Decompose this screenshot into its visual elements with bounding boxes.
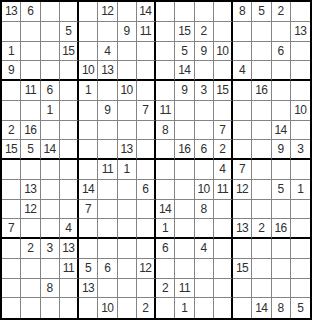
cell-r8c3[interactable]: 14 xyxy=(41,140,60,160)
cell-r12c14[interactable]: 2 xyxy=(252,219,271,239)
cell-r13c15[interactable] xyxy=(272,239,291,259)
cell-r2c12[interactable] xyxy=(214,22,233,42)
cell-r10c13[interactable]: 12 xyxy=(233,180,252,200)
cell-r4c3[interactable] xyxy=(41,61,60,81)
cell-r16c16[interactable]: 5 xyxy=(291,298,310,318)
given-digit: 9 xyxy=(8,64,14,76)
cell-r1c4[interactable] xyxy=(60,2,79,22)
cell-r16c12[interactable] xyxy=(214,298,233,318)
cell-r3c14[interactable] xyxy=(252,42,271,62)
cell-r9c8[interactable] xyxy=(137,160,156,180)
cell-r8c6[interactable] xyxy=(98,140,117,160)
cell-r9c15[interactable] xyxy=(272,160,291,180)
cell-r4c6[interactable]: 13 xyxy=(98,61,117,81)
cell-r15c12[interactable] xyxy=(214,279,233,299)
cell-r15c2[interactable] xyxy=(21,279,40,299)
cell-r13c2[interactable]: 2 xyxy=(21,239,40,259)
cell-r15c7[interactable] xyxy=(118,279,137,299)
given-digit: 13 xyxy=(236,222,248,234)
cell-r2c16[interactable]: 13 xyxy=(291,22,310,42)
cell-r7c5[interactable] xyxy=(79,121,98,141)
cell-r5c11[interactable]: 3 xyxy=(195,81,214,101)
cell-r14c15[interactable] xyxy=(272,259,291,279)
given-digit: 13 xyxy=(120,143,132,155)
cell-r5c2[interactable]: 11 xyxy=(21,81,40,101)
cell-r3c16[interactable] xyxy=(291,42,310,62)
cell-r9c10[interactable] xyxy=(175,160,194,180)
cell-r14c3[interactable] xyxy=(41,259,60,279)
cell-r10c8[interactable]: 6 xyxy=(137,180,156,200)
cell-r2c10[interactable]: 15 xyxy=(175,22,194,42)
cell-r1c9[interactable] xyxy=(156,2,175,22)
cell-r1c11[interactable] xyxy=(195,2,214,22)
cell-r2c13[interactable] xyxy=(233,22,252,42)
given-digit: 7 xyxy=(85,203,91,215)
cell-r9c1[interactable] xyxy=(2,160,21,180)
cell-r16c5[interactable] xyxy=(79,298,98,318)
cell-r4c15[interactable] xyxy=(272,61,291,81)
cell-r2c3[interactable] xyxy=(41,22,60,42)
cell-r1c6[interactable]: 12 xyxy=(98,2,117,22)
cell-r16c13[interactable] xyxy=(233,298,252,318)
cell-r8c15[interactable]: 9 xyxy=(272,140,291,160)
given-digit: 4 xyxy=(219,163,225,175)
cell-r4c12[interactable] xyxy=(214,61,233,81)
given-digit: 14 xyxy=(139,5,151,17)
cell-r3c7[interactable] xyxy=(118,42,137,62)
cell-r3c12[interactable]: 10 xyxy=(214,42,233,62)
cell-r3c3[interactable] xyxy=(41,42,60,62)
cell-r10c10[interactable] xyxy=(175,180,194,200)
cell-r1c14[interactable]: 5 xyxy=(252,2,271,22)
cell-r13c14[interactable] xyxy=(252,239,271,259)
cell-r15c3[interactable]: 8 xyxy=(41,279,60,299)
cell-r16c10[interactable]: 1 xyxy=(175,298,194,318)
cell-r9c12[interactable]: 4 xyxy=(214,160,233,180)
cell-r7c2[interactable]: 16 xyxy=(21,121,40,141)
cell-r12c11[interactable] xyxy=(195,219,214,239)
cell-r16c3[interactable] xyxy=(41,298,60,318)
cell-r8c16[interactable]: 3 xyxy=(291,140,310,160)
cell-r13c1[interactable] xyxy=(2,239,21,259)
given-digit: 13 xyxy=(294,25,306,37)
cell-r7c3[interactable] xyxy=(41,121,60,141)
cell-r13c9[interactable]: 6 xyxy=(156,239,175,259)
cell-r11c2[interactable]: 12 xyxy=(21,200,40,220)
cell-r6c13[interactable] xyxy=(233,101,252,121)
cell-r10c16[interactable]: 1 xyxy=(291,180,310,200)
cell-r7c6[interactable] xyxy=(98,121,117,141)
cell-r10c9[interactable] xyxy=(156,180,175,200)
given-digit: 3 xyxy=(297,143,303,155)
cell-r15c11[interactable] xyxy=(195,279,214,299)
cell-r3c9[interactable] xyxy=(156,42,175,62)
cell-r4c4[interactable] xyxy=(60,61,79,81)
cell-r12c4[interactable]: 4 xyxy=(60,219,79,239)
cell-r7c15[interactable]: 14 xyxy=(272,121,291,141)
cell-r8c1[interactable]: 15 xyxy=(2,140,21,160)
cell-r2c4[interactable]: 5 xyxy=(60,22,79,42)
cell-r7c1[interactable]: 2 xyxy=(2,121,21,141)
cell-r8c9[interactable] xyxy=(156,140,175,160)
cell-r5c5[interactable]: 1 xyxy=(79,81,98,101)
cell-r5c3[interactable]: 6 xyxy=(41,81,60,101)
cell-r3c8[interactable] xyxy=(137,42,156,62)
cell-r1c16[interactable] xyxy=(291,2,310,22)
cell-r8c13[interactable] xyxy=(233,140,252,160)
given-digit: 16 xyxy=(255,84,267,96)
given-digit: 6 xyxy=(278,45,284,57)
cell-r2c5[interactable] xyxy=(79,22,98,42)
given-digit: 12 xyxy=(101,5,113,17)
cell-r14c8[interactable]: 12 xyxy=(137,259,156,279)
cell-r3c15[interactable]: 6 xyxy=(272,42,291,62)
cell-r6c4[interactable] xyxy=(60,101,79,121)
cell-r16c15[interactable]: 8 xyxy=(272,298,291,318)
cell-r12c3[interactable] xyxy=(41,219,60,239)
cell-r4c13[interactable]: 4 xyxy=(233,61,252,81)
given-digit: 2 xyxy=(278,5,284,17)
cell-r12c16[interactable] xyxy=(291,219,310,239)
cell-r1c8[interactable]: 14 xyxy=(137,2,156,22)
cell-r1c13[interactable]: 8 xyxy=(233,2,252,22)
given-digit: 10 xyxy=(294,104,306,116)
cell-r1c7[interactable] xyxy=(118,2,137,22)
cell-r5c16[interactable] xyxy=(291,81,310,101)
cell-r1c15[interactable]: 2 xyxy=(272,2,291,22)
cell-r12c8[interactable] xyxy=(137,219,156,239)
cell-r14c13[interactable]: 15 xyxy=(233,259,252,279)
cell-r13c10[interactable] xyxy=(175,239,194,259)
cell-r15c8[interactable] xyxy=(137,279,156,299)
cell-r6c16[interactable]: 10 xyxy=(291,101,310,121)
cell-r11c15[interactable] xyxy=(272,200,291,220)
cell-r7c14[interactable] xyxy=(252,121,271,141)
cell-r9c11[interactable] xyxy=(195,160,214,180)
cell-r13c8[interactable] xyxy=(137,239,156,259)
cell-r12c12[interactable] xyxy=(214,219,233,239)
cell-r9c6[interactable]: 11 xyxy=(98,160,117,180)
cell-r8c7[interactable]: 13 xyxy=(118,140,137,160)
cell-r7c11[interactable] xyxy=(195,121,214,141)
sudoku-board: 1361214852591115213115459106910131441161… xyxy=(0,0,312,320)
cell-r15c15[interactable] xyxy=(272,279,291,299)
cell-r16c9[interactable] xyxy=(156,298,175,318)
cell-r5c7[interactable]: 10 xyxy=(118,81,137,101)
cell-r13c7[interactable] xyxy=(118,239,137,259)
cell-r11c11[interactable]: 8 xyxy=(195,200,214,220)
cell-r8c8[interactable] xyxy=(137,140,156,160)
cell-r11c14[interactable] xyxy=(252,200,271,220)
cell-r7c4[interactable] xyxy=(60,121,79,141)
cell-r14c7[interactable] xyxy=(118,259,137,279)
cell-r13c5[interactable] xyxy=(79,239,98,259)
cell-r2c11[interactable]: 2 xyxy=(195,22,214,42)
cell-r15c1[interactable] xyxy=(2,279,21,299)
cell-r6c1[interactable] xyxy=(2,101,21,121)
cell-r13c11[interactable]: 4 xyxy=(195,239,214,259)
cell-r9c9[interactable] xyxy=(156,160,175,180)
cell-r9c13[interactable]: 7 xyxy=(233,160,252,180)
given-digit: 5 xyxy=(181,45,187,57)
cell-r12c13[interactable]: 13 xyxy=(233,219,252,239)
cell-r7c16[interactable] xyxy=(291,121,310,141)
cell-r5c9[interactable] xyxy=(156,81,175,101)
cell-r8c14[interactable] xyxy=(252,140,271,160)
cell-r13c6[interactable] xyxy=(98,239,117,259)
cell-r10c3[interactable] xyxy=(41,180,60,200)
cell-r14c10[interactable] xyxy=(175,259,194,279)
given-digit: 10 xyxy=(82,64,94,76)
cell-r9c5[interactable] xyxy=(79,160,98,180)
cell-r3c10[interactable]: 5 xyxy=(175,42,194,62)
given-digit: 4 xyxy=(201,242,207,254)
cell-r16c4[interactable] xyxy=(60,298,79,318)
cell-r14c5[interactable]: 5 xyxy=(79,259,98,279)
cell-r4c8[interactable] xyxy=(137,61,156,81)
cell-r10c12[interactable]: 11 xyxy=(214,180,233,200)
cell-r3c1[interactable]: 1 xyxy=(2,42,21,62)
cell-r11c10[interactable] xyxy=(175,200,194,220)
cell-r6c6[interactable]: 9 xyxy=(98,101,117,121)
cell-r5c14[interactable]: 16 xyxy=(252,81,271,101)
cell-r13c16[interactable] xyxy=(291,239,310,259)
cell-r8c4[interactable] xyxy=(60,140,79,160)
cell-r12c1[interactable]: 7 xyxy=(2,219,21,239)
given-digit: 8 xyxy=(201,203,207,215)
cell-r4c1[interactable]: 9 xyxy=(2,61,21,81)
given-digit: 2 xyxy=(8,124,14,136)
cell-r4c2[interactable] xyxy=(21,61,40,81)
cell-r7c12[interactable]: 7 xyxy=(214,121,233,141)
given-digit: 13 xyxy=(82,282,94,294)
cell-r11c9[interactable]: 14 xyxy=(156,200,175,220)
cell-r15c6[interactable] xyxy=(98,279,117,299)
cell-r3c6[interactable]: 4 xyxy=(98,42,117,62)
given-digit: 3 xyxy=(47,242,53,254)
cell-r7c7[interactable] xyxy=(118,121,137,141)
cell-r4c9[interactable] xyxy=(156,61,175,81)
given-digit: 5 xyxy=(297,302,303,314)
cell-r14c6[interactable]: 6 xyxy=(98,259,117,279)
cell-r15c4[interactable] xyxy=(60,279,79,299)
given-digit: 13 xyxy=(5,5,17,17)
cell-r10c2[interactable]: 13 xyxy=(21,180,40,200)
cell-r3c4[interactable]: 15 xyxy=(60,42,79,62)
cell-r14c2[interactable] xyxy=(21,259,40,279)
cell-r4c16[interactable] xyxy=(291,61,310,81)
given-digit: 10 xyxy=(120,84,132,96)
cell-r1c1[interactable]: 13 xyxy=(2,2,21,22)
cell-r11c16[interactable] xyxy=(291,200,310,220)
cell-r6c10[interactable] xyxy=(175,101,194,121)
cell-r6c9[interactable]: 11 xyxy=(156,101,175,121)
cell-r9c7[interactable]: 1 xyxy=(118,160,137,180)
cell-r5c1[interactable] xyxy=(2,81,21,101)
cell-r2c7[interactable]: 9 xyxy=(118,22,137,42)
given-digit: 1 xyxy=(85,84,91,96)
given-digit: 14 xyxy=(274,124,286,136)
cell-r2c15[interactable] xyxy=(272,22,291,42)
cell-r5c12[interactable]: 15 xyxy=(214,81,233,101)
cell-r10c4[interactable] xyxy=(60,180,79,200)
cell-r8c5[interactable] xyxy=(79,140,98,160)
cell-r10c6[interactable] xyxy=(98,180,117,200)
given-digit: 13 xyxy=(62,242,74,254)
cell-r13c3[interactable]: 3 xyxy=(41,239,60,259)
cell-r11c3[interactable] xyxy=(41,200,60,220)
cell-r7c8[interactable] xyxy=(137,121,156,141)
given-digit: 5 xyxy=(27,143,33,155)
given-digit: 8 xyxy=(278,302,284,314)
cell-r14c1[interactable] xyxy=(2,259,21,279)
cell-r14c16[interactable] xyxy=(291,259,310,279)
cell-r6c12[interactable] xyxy=(214,101,233,121)
cell-r16c1[interactable] xyxy=(2,298,21,318)
cell-r5c8[interactable] xyxy=(137,81,156,101)
cell-r6c11[interactable] xyxy=(195,101,214,121)
cell-r5c10[interactable]: 9 xyxy=(175,81,194,101)
cell-r1c5[interactable] xyxy=(79,2,98,22)
cell-r7c13[interactable] xyxy=(233,121,252,141)
cell-r2c6[interactable] xyxy=(98,22,117,42)
cell-r12c10[interactable] xyxy=(175,219,194,239)
given-digit: 1 xyxy=(181,302,187,314)
cell-r5c13[interactable] xyxy=(233,81,252,101)
cell-r4c10[interactable]: 14 xyxy=(175,61,194,81)
cell-r11c1[interactable] xyxy=(2,200,21,220)
cell-r6c7[interactable] xyxy=(118,101,137,121)
given-digit: 6 xyxy=(27,5,33,17)
cell-r13c4[interactable]: 13 xyxy=(60,239,79,259)
cell-r13c12[interactable] xyxy=(214,239,233,259)
cell-r11c13[interactable] xyxy=(233,200,252,220)
cell-r9c2[interactable] xyxy=(21,160,40,180)
cell-r16c11[interactable] xyxy=(195,298,214,318)
cell-r16c6[interactable]: 10 xyxy=(98,298,117,318)
cell-r3c11[interactable]: 9 xyxy=(195,42,214,62)
cell-r8c2[interactable]: 5 xyxy=(21,140,40,160)
cell-r14c4[interactable]: 11 xyxy=(60,259,79,279)
cell-r5c15[interactable] xyxy=(272,81,291,101)
given-digit: 14 xyxy=(82,183,94,195)
cell-r1c3[interactable] xyxy=(41,2,60,22)
cell-r1c10[interactable] xyxy=(175,2,194,22)
given-digit: 13 xyxy=(24,183,36,195)
cell-r11c5[interactable]: 7 xyxy=(79,200,98,220)
cell-r12c9[interactable]: 1 xyxy=(156,219,175,239)
cell-r11c6[interactable] xyxy=(98,200,117,220)
given-digit: 9 xyxy=(278,143,284,155)
cell-r14c9[interactable] xyxy=(156,259,175,279)
cell-r1c2[interactable]: 6 xyxy=(21,2,40,22)
cell-r11c8[interactable] xyxy=(137,200,156,220)
cell-r10c1[interactable] xyxy=(2,180,21,200)
given-digit: 10 xyxy=(101,302,113,314)
cell-r9c14[interactable] xyxy=(252,160,271,180)
cell-r10c15[interactable]: 5 xyxy=(272,180,291,200)
cell-r2c1[interactable] xyxy=(2,22,21,42)
cell-r4c5[interactable]: 10 xyxy=(79,61,98,81)
cell-r2c9[interactable] xyxy=(156,22,175,42)
cell-r4c14[interactable] xyxy=(252,61,271,81)
cell-r15c14[interactable] xyxy=(252,279,271,299)
given-digit: 1 xyxy=(162,222,168,234)
cell-r9c16[interactable] xyxy=(291,160,310,180)
given-digit: 4 xyxy=(104,45,110,57)
cell-r15c16[interactable] xyxy=(291,279,310,299)
given-digit: 2 xyxy=(258,222,264,234)
cell-r8c10[interactable]: 16 xyxy=(175,140,194,160)
cell-r11c12[interactable] xyxy=(214,200,233,220)
given-digit: 15 xyxy=(236,262,248,274)
given-digit: 9 xyxy=(201,45,207,57)
cell-r12c5[interactable] xyxy=(79,219,98,239)
cell-r16c7[interactable] xyxy=(118,298,137,318)
cell-r2c8[interactable]: 11 xyxy=(137,22,156,42)
cell-r12c6[interactable] xyxy=(98,219,117,239)
cell-r10c14[interactable] xyxy=(252,180,271,200)
cell-r12c7[interactable] xyxy=(118,219,137,239)
cell-r16c14[interactable]: 14 xyxy=(252,298,271,318)
cell-r6c3[interactable]: 1 xyxy=(41,101,60,121)
cell-r11c7[interactable] xyxy=(118,200,137,220)
given-digit: 15 xyxy=(216,84,228,96)
cell-r8c11[interactable]: 6 xyxy=(195,140,214,160)
cell-r2c2[interactable] xyxy=(21,22,40,42)
cell-r7c10[interactable] xyxy=(175,121,194,141)
cell-r13c13[interactable] xyxy=(233,239,252,259)
cell-r10c5[interactable]: 14 xyxy=(79,180,98,200)
cell-r15c10[interactable]: 11 xyxy=(175,279,194,299)
cell-r10c7[interactable] xyxy=(118,180,137,200)
cell-r4c11[interactable] xyxy=(195,61,214,81)
cell-r15c9[interactable]: 2 xyxy=(156,279,175,299)
given-digit: 7 xyxy=(219,124,225,136)
cell-r3c13[interactable] xyxy=(233,42,252,62)
cell-r3c5[interactable] xyxy=(79,42,98,62)
cell-r9c4[interactable] xyxy=(60,160,79,180)
cell-r15c5[interactable]: 13 xyxy=(79,279,98,299)
cell-r8c12[interactable]: 2 xyxy=(214,140,233,160)
cell-r12c2[interactable] xyxy=(21,219,40,239)
cell-r16c2[interactable] xyxy=(21,298,40,318)
cell-r5c4[interactable] xyxy=(60,81,79,101)
cell-r2c14[interactable] xyxy=(252,22,271,42)
cell-r1c12[interactable] xyxy=(214,2,233,22)
cell-r14c11[interactable] xyxy=(195,259,214,279)
cell-r14c12[interactable] xyxy=(214,259,233,279)
cell-r6c8[interactable]: 7 xyxy=(137,101,156,121)
cell-r6c2[interactable] xyxy=(21,101,40,121)
cell-r10c11[interactable]: 10 xyxy=(195,180,214,200)
cell-r11c4[interactable] xyxy=(60,200,79,220)
cell-r3c2[interactable] xyxy=(21,42,40,62)
cell-r5c6[interactable] xyxy=(98,81,117,101)
cell-r6c15[interactable] xyxy=(272,101,291,121)
cell-r7c9[interactable]: 8 xyxy=(156,121,175,141)
cell-r4c7[interactable] xyxy=(118,61,137,81)
cell-r14c14[interactable] xyxy=(252,259,271,279)
cell-r6c5[interactable] xyxy=(79,101,98,121)
given-digit: 12 xyxy=(236,183,248,195)
cell-r15c13[interactable] xyxy=(233,279,252,299)
cell-r16c8[interactable]: 2 xyxy=(137,298,156,318)
cell-r9c3[interactable] xyxy=(41,160,60,180)
cell-r6c14[interactable] xyxy=(252,101,271,121)
cell-r12c15[interactable]: 16 xyxy=(272,219,291,239)
given-digit: 16 xyxy=(178,143,190,155)
